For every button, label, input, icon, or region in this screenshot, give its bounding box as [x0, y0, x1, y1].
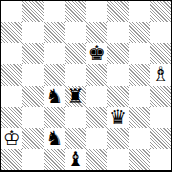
square-h4[interactable] — [150, 86, 171, 107]
square-b3[interactable] — [22, 107, 43, 128]
square-g6[interactable] — [129, 43, 150, 64]
white-bishop-piece: ♗ — [151, 64, 169, 85]
square-a6[interactable] — [1, 43, 22, 64]
square-a3[interactable] — [1, 107, 22, 128]
square-f4[interactable] — [107, 86, 128, 107]
square-c8[interactable] — [44, 1, 65, 22]
square-a2[interactable]: ♔ — [1, 128, 22, 149]
square-h7[interactable] — [150, 22, 171, 43]
black-queen-piece: ♛ — [109, 107, 127, 128]
square-c6[interactable] — [44, 43, 65, 64]
square-c3[interactable] — [44, 107, 65, 128]
square-f7[interactable] — [107, 22, 128, 43]
square-d7[interactable] — [65, 22, 86, 43]
square-b1[interactable] — [22, 149, 43, 170]
square-a8[interactable] — [1, 1, 22, 22]
square-e5[interactable] — [86, 64, 107, 85]
chess-diagram: ♚♗♞♜♛♔♞♝ — [0, 0, 172, 172]
white-king-piece: ♔ — [3, 128, 21, 149]
square-g1[interactable] — [129, 149, 150, 170]
square-a7[interactable] — [1, 22, 22, 43]
square-h8[interactable] — [150, 1, 171, 22]
square-f2[interactable] — [107, 128, 128, 149]
square-d2[interactable] — [65, 128, 86, 149]
square-f3[interactable]: ♛ — [107, 107, 128, 128]
square-e6[interactable]: ♚ — [86, 43, 107, 64]
square-e3[interactable] — [86, 107, 107, 128]
square-h1[interactable] — [150, 149, 171, 170]
square-c2[interactable]: ♞ — [44, 128, 65, 149]
black-knight-piece: ♞ — [45, 128, 63, 149]
black-king-piece: ♚ — [88, 43, 106, 64]
square-c7[interactable] — [44, 22, 65, 43]
square-e2[interactable] — [86, 128, 107, 149]
square-f8[interactable] — [107, 1, 128, 22]
square-e1[interactable] — [86, 149, 107, 170]
square-d1[interactable]: ♝ — [65, 149, 86, 170]
square-b2[interactable] — [22, 128, 43, 149]
square-c5[interactable] — [44, 64, 65, 85]
square-h3[interactable] — [150, 107, 171, 128]
black-knight-piece: ♞ — [45, 86, 63, 107]
square-g2[interactable] — [129, 128, 150, 149]
square-c4[interactable]: ♞ — [44, 86, 65, 107]
square-c1[interactable] — [44, 149, 65, 170]
black-rook-piece: ♜ — [66, 86, 84, 107]
square-a4[interactable] — [1, 86, 22, 107]
square-d3[interactable] — [65, 107, 86, 128]
square-g7[interactable] — [129, 22, 150, 43]
square-d6[interactable] — [65, 43, 86, 64]
square-a5[interactable] — [1, 64, 22, 85]
square-d4[interactable]: ♜ — [65, 86, 86, 107]
square-g4[interactable] — [129, 86, 150, 107]
square-d8[interactable] — [65, 1, 86, 22]
square-h2[interactable] — [150, 128, 171, 149]
chess-board: ♚♗♞♜♛♔♞♝ — [0, 0, 172, 172]
square-e4[interactable] — [86, 86, 107, 107]
square-f5[interactable] — [107, 64, 128, 85]
square-g5[interactable] — [129, 64, 150, 85]
square-e8[interactable] — [86, 1, 107, 22]
square-b4[interactable] — [22, 86, 43, 107]
square-f6[interactable] — [107, 43, 128, 64]
square-a1[interactable] — [1, 149, 22, 170]
square-h5[interactable]: ♗ — [150, 64, 171, 85]
square-f1[interactable] — [107, 149, 128, 170]
square-b8[interactable] — [22, 1, 43, 22]
black-bishop-piece: ♝ — [66, 149, 84, 170]
square-b5[interactable] — [22, 64, 43, 85]
square-e7[interactable] — [86, 22, 107, 43]
square-g8[interactable] — [129, 1, 150, 22]
square-d5[interactable] — [65, 64, 86, 85]
square-g3[interactable] — [129, 107, 150, 128]
square-b6[interactable] — [22, 43, 43, 64]
square-b7[interactable] — [22, 22, 43, 43]
square-h6[interactable] — [150, 43, 171, 64]
